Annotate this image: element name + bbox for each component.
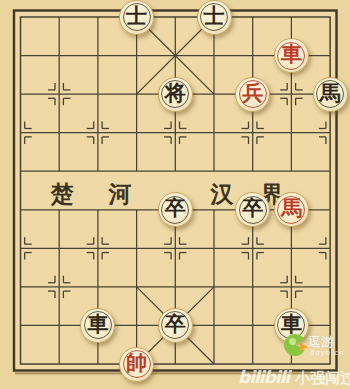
doyo-watermark: 逗游 doyo.cn <box>284 332 346 360</box>
river-label-he: 河 <box>105 179 135 210</box>
piece-red-horse[interactable]: 馬 <box>274 192 309 227</box>
river-label-han: 汉 <box>207 179 237 210</box>
piece-glyph: 馬 <box>281 198 302 219</box>
piece-glyph: 卒 <box>165 314 186 335</box>
piece-glyph: 帥 <box>126 353 147 374</box>
piece-glyph: 卒 <box>165 198 186 219</box>
piece-glyph: 士 <box>126 6 147 27</box>
piece-black-horse[interactable]: 馬 <box>313 77 348 112</box>
piece-glyph: 車 <box>281 44 302 65</box>
piece-glyph: 馬 <box>320 83 341 104</box>
piece-glyph: 卒 <box>242 198 263 219</box>
bilibili-watermark-suffix: 小强闯过 <box>295 369 350 387</box>
bilibili-logo-text: bilibili <box>238 367 289 387</box>
piece-glyph: 将 <box>165 83 186 104</box>
piece-black-advisor[interactable]: 士 <box>119 0 154 35</box>
piece-glyph: 士 <box>204 6 225 27</box>
doyo-watermark-url: doyo.cn <box>310 349 345 357</box>
piece-red-soldier[interactable]: 兵 <box>235 77 270 112</box>
piece-black-soldier[interactable]: 卒 <box>158 308 193 343</box>
bilibili-watermark: bilibili小强闯过 <box>238 367 350 388</box>
xiangqi-board-screen: 楚 河 汉 界 士士車将兵馬卒卒馬車卒車帥 逗游 doyo.cn bilibil… <box>0 0 350 389</box>
piece-glyph: 兵 <box>242 83 263 104</box>
doyo-bird-icon <box>284 334 306 356</box>
piece-black-advisor[interactable]: 士 <box>197 0 232 35</box>
piece-red-general[interactable]: 帥 <box>119 347 154 382</box>
piece-black-general[interactable]: 将 <box>158 77 193 112</box>
piece-red-chariot[interactable]: 車 <box>274 38 309 73</box>
piece-glyph: 車 <box>87 314 108 335</box>
river-label-chu: 楚 <box>47 179 77 210</box>
piece-black-soldier[interactable]: 卒 <box>158 192 193 227</box>
